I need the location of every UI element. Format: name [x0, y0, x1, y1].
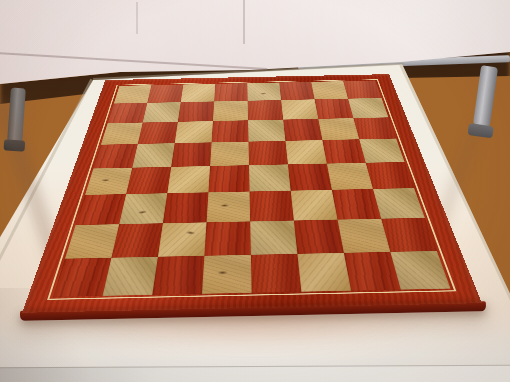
square-f7	[281, 99, 318, 119]
square-e7	[248, 100, 284, 120]
square-e4	[249, 164, 291, 191]
square-a8	[114, 85, 152, 103]
square-b1	[103, 257, 158, 296]
square-d6	[212, 120, 249, 142]
square-e6	[248, 119, 285, 141]
sofa-crease	[243, 0, 245, 44]
square-c3	[163, 192, 209, 223]
square-a7	[108, 103, 148, 123]
square-f8	[279, 82, 314, 100]
square-b8	[147, 85, 183, 103]
square-f5	[285, 140, 326, 164]
square-d1	[202, 255, 252, 294]
square-f4	[288, 164, 332, 191]
square-c1	[152, 256, 204, 295]
square-g5	[322, 139, 365, 163]
square-e2	[250, 220, 297, 254]
square-h2	[381, 218, 437, 252]
square-d5	[210, 142, 249, 166]
square-f1	[297, 253, 351, 292]
square-d2	[204, 221, 250, 255]
square-b4	[126, 167, 171, 194]
square-d4	[208, 165, 249, 192]
square-e1	[251, 254, 301, 293]
square-e8	[247, 82, 281, 100]
square-a5	[93, 144, 137, 169]
square-b6	[138, 122, 178, 144]
scene	[0, 0, 510, 382]
square-d7	[213, 101, 248, 121]
square-c7	[178, 102, 214, 122]
square-g7	[315, 99, 354, 119]
square-h8	[343, 80, 381, 98]
square-a3	[76, 194, 127, 225]
square-c2	[158, 222, 207, 256]
square-c4	[167, 166, 210, 193]
square-e5	[249, 141, 288, 165]
square-c8	[181, 84, 216, 102]
square-a2	[65, 224, 119, 259]
square-g8	[311, 81, 348, 99]
square-h6	[353, 117, 396, 139]
square-d3	[207, 192, 251, 223]
square-d8	[214, 83, 247, 101]
square-h3	[373, 188, 425, 218]
square-b7	[143, 102, 181, 122]
sofa-crease	[136, 2, 138, 34]
square-c6	[175, 121, 213, 143]
square-f2	[294, 219, 344, 253]
square-h4	[366, 162, 414, 189]
square-a4	[85, 168, 132, 195]
square-h1	[390, 251, 450, 290]
square-h5	[359, 138, 404, 162]
square-a6	[101, 122, 143, 144]
square-c5	[171, 142, 211, 167]
square-f3	[291, 190, 338, 220]
square-b3	[119, 193, 167, 224]
square-b2	[111, 223, 162, 258]
square-f6	[283, 119, 322, 141]
square-b5	[132, 143, 174, 168]
square-g6	[318, 118, 359, 140]
square-e3	[250, 191, 294, 221]
square-h7	[348, 98, 388, 118]
